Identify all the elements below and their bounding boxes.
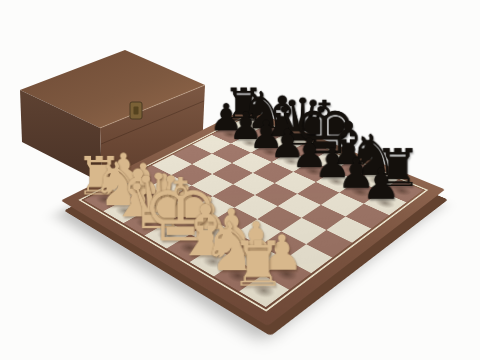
- product-photo-scene: ♜♞♝♛♚♝♞♜♟♟♟♟♟♟♟♟♟♟♟♟♟♟♟♟♜♞♝♛♚♝♞♜: [0, 0, 480, 360]
- piece-glyph: ♟: [340, 163, 422, 206]
- piece-glyph: ♜: [210, 233, 305, 295]
- clasp-icon: [130, 102, 142, 119]
